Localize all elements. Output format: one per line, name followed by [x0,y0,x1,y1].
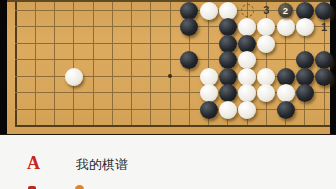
white-stone [277,18,295,36]
black-stone [219,84,237,102]
white-stone [257,68,275,86]
white-stone [238,51,256,69]
black-stone [277,68,295,86]
black-stone [296,68,314,86]
black-stone [238,35,256,53]
orange-dot-icon [75,185,84,189]
black-stone [180,18,198,36]
white-stone [238,68,256,86]
black-stone [315,51,333,69]
white-stone [200,68,218,86]
white-stone [257,84,275,102]
black-stone [180,51,198,69]
list-item-letter: A [27,153,40,174]
kifu-list-panel: A 我的棋谱 [0,135,336,189]
black-stone [315,68,333,86]
black-stone [219,18,237,36]
move-number-label: 3 [257,3,275,17]
black-stone [296,2,314,20]
go-board-area: 321 [0,0,336,135]
list-item-title: 我的棋谱 [76,156,128,174]
last-move-marker [241,4,254,17]
black-stone [200,101,218,119]
white-stone [296,18,314,36]
black-stone [296,84,314,102]
white-stone [238,18,256,36]
black-stone [296,51,314,69]
board-bottom-edge [15,125,330,127]
white-stone [219,2,237,20]
go-board[interactable]: 321 [0,0,336,135]
next-list-item-letter-clipped [28,186,36,189]
white-stone [200,84,218,102]
move-number-black-stone: 2 [278,3,293,18]
grid-line [15,59,330,60]
star-point [168,74,172,78]
black-stone [219,35,237,53]
white-stone [277,84,295,102]
black-stone [180,2,198,20]
white-stone [238,101,256,119]
black-stone [315,2,333,20]
white-stone [257,18,275,36]
white-stone [200,2,218,20]
white-stone [257,35,275,53]
white-stone [65,68,83,86]
move-number-label: 1 [315,20,333,34]
black-stone [219,51,237,69]
screen: 321 A 我的棋谱 [0,0,336,189]
black-stone [277,101,295,119]
black-stone [219,68,237,86]
grid-line [15,43,330,44]
white-stone [238,84,256,102]
white-stone [219,101,237,119]
